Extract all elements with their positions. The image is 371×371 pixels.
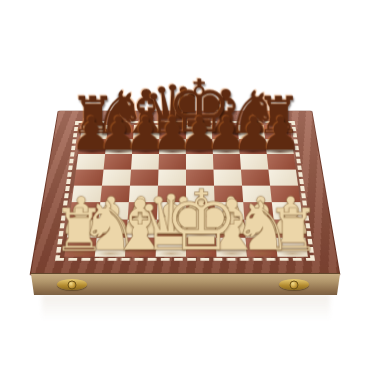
square-g1: ♞ <box>246 238 278 257</box>
chess-board: ♜♞♝♛♚♝♞♜♟♟♟♟♟♟♟♟♟♟♟♟♟♟♟♟♜♞♝♛♚♝♞♜ <box>29 111 340 276</box>
surface-reflection <box>42 295 330 321</box>
square-g5 <box>241 170 270 186</box>
board-grid: ♜♞♝♛♚♝♞♜♟♟♟♟♟♟♟♟♟♟♟♟♟♟♟♟♜♞♝♛♚♝♞♜ <box>64 125 305 257</box>
square-h5 <box>268 170 298 186</box>
brass-clasp-left <box>57 278 87 291</box>
piece-white-king: ♚ <box>164 179 239 262</box>
square-h7: ♟ <box>265 139 293 154</box>
square-e1: ♚ <box>186 238 216 257</box>
piece-white-knight: ♞ <box>232 193 293 261</box>
square-a5 <box>74 170 104 186</box>
clasp-knob-icon <box>68 280 77 289</box>
box-front-panel <box>29 273 342 295</box>
product-photo: ♜♞♝♛♚♝♞♜♟♟♟♟♟♟♟♟♟♟♟♟♟♟♟♟♜♞♝♛♚♝♞♜ <box>0 0 371 371</box>
brass-clasp-right <box>279 278 309 291</box>
piece-black-pawn: ♟ <box>260 110 302 156</box>
clasp-knob-icon <box>290 280 299 289</box>
square-b5 <box>102 170 131 186</box>
inlay-border: ♜♞♝♛♚♝♞♜♟♟♟♟♟♟♟♟♟♟♟♟♟♟♟♟♜♞♝♛♚♝♞♜ <box>55 121 315 261</box>
